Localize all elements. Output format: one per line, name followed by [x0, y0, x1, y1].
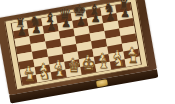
square-d1: ♛ — [66, 67, 82, 77]
brass-clasp-icon — [96, 79, 108, 87]
square-f1: ♝ — [95, 62, 111, 72]
board-perspective-wrap: ♜♞♝♛♚♝♞♜♟♟♟♟♟♟♟♟♟♟♟♟♟♟♟♟♜♞♝♛♚♝♞♜ — [0, 0, 158, 104]
square-c1: ♝ — [51, 70, 67, 80]
piece-white-queen: ♛ — [67, 60, 82, 75]
piece-white-knight: ♞ — [37, 68, 52, 81]
square-h1: ♜ — [125, 57, 141, 67]
piece-white-bishop: ♝ — [52, 64, 67, 78]
piece-black-pawn: ♟ — [118, 8, 133, 19]
chess-set-photo: ♜♞♝♛♚♝♞♜♟♟♟♟♟♟♟♟♟♟♟♟♟♟♟♟♜♞♝♛♚♝♞♜ — [0, 0, 175, 104]
square-e1: ♚ — [80, 64, 96, 74]
piece-white-knight: ♞ — [111, 55, 126, 68]
piece-white-rook: ♜ — [22, 71, 37, 83]
square-a1: ♜ — [21, 75, 37, 85]
piece-white-bishop: ♝ — [96, 56, 111, 70]
board-grid: ♜♞♝♛♚♝♞♜♟♟♟♟♟♟♟♟♟♟♟♟♟♟♟♟♜♞♝♛♚♝♞♜ — [11, 2, 142, 86]
square-g1: ♞ — [110, 59, 126, 69]
square-b1: ♞ — [36, 72, 52, 82]
piece-white-rook: ♜ — [126, 53, 141, 65]
